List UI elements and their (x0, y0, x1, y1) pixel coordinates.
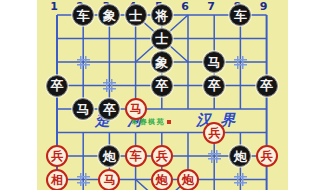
column-label-1: 1 (50, 1, 58, 13)
piece-red-炮-file5-rank8[interactable]: 炮 (151, 169, 173, 191)
column-label-7: 7 (207, 1, 215, 13)
piece-black-卒-file5-rank4[interactable]: 卒 (151, 75, 173, 97)
point-marker (234, 173, 247, 186)
piece-black-卒-file7-rank4[interactable]: 卒 (203, 75, 225, 97)
piece-red-兵-file7-rank6[interactable]: 兵 (203, 122, 225, 144)
piece-red-兵-file9-rank7[interactable]: 兵 (256, 145, 278, 167)
piece-red-炮-file6-rank8[interactable]: 炮 (177, 169, 199, 191)
piece-black-将-file5-rank1[interactable]: 将 (151, 4, 173, 26)
piece-black-士-file5-rank2[interactable]: 士 (151, 28, 173, 50)
piece-red-兵-file5-rank7[interactable]: 兵 (151, 145, 173, 167)
piece-black-象-file5-rank3[interactable]: 象 (151, 51, 173, 73)
watermark-seal-icon (167, 120, 171, 124)
piece-red-相-file1-rank8[interactable]: 相 (46, 169, 68, 191)
xiangqi-board-screenshot: 123456789 楚 河 汉 界 常春棋苑 车象士将车士象马卒卒卒卒马卒马兵兵… (0, 0, 320, 190)
point-marker (77, 56, 90, 69)
piece-red-马-file4-rank5[interactable]: 马 (125, 98, 147, 120)
piece-red-兵-file1-rank7[interactable]: 兵 (46, 145, 68, 167)
point-marker (208, 150, 221, 163)
column-label-9: 9 (260, 1, 268, 13)
piece-black-卒-file1-rank4[interactable]: 卒 (46, 75, 68, 97)
piece-red-马-file3-rank8[interactable]: 马 (98, 169, 120, 191)
piece-red-车-file4-rank7[interactable]: 车 (125, 145, 147, 167)
point-marker (234, 56, 247, 69)
point-marker (103, 79, 116, 92)
piece-black-士-file4-rank1[interactable]: 士 (125, 4, 147, 26)
piece-black-卒-file9-rank4[interactable]: 卒 (256, 75, 278, 97)
column-label-6: 6 (181, 1, 189, 13)
point-marker (77, 173, 90, 186)
